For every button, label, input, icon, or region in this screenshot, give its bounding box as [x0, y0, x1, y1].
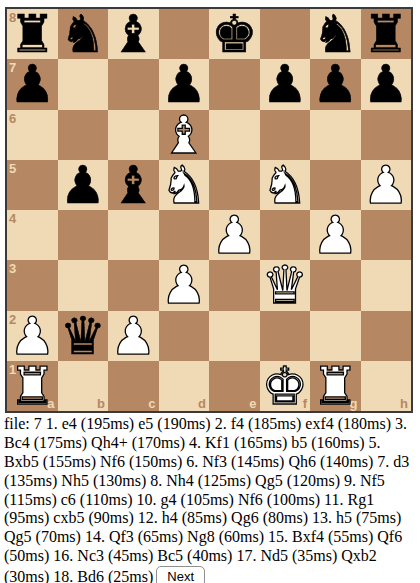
- square-g8[interactable]: ♞: [310, 9, 361, 59]
- rank-label-3: 3: [9, 262, 16, 275]
- square-f4[interactable]: [260, 210, 311, 260]
- square-c7[interactable]: [108, 59, 159, 109]
- square-d7[interactable]: ♟: [159, 59, 210, 109]
- piece-white-pawn[interactable]: ♟: [362, 160, 409, 210]
- square-e8[interactable]: ♚: [209, 9, 260, 59]
- square-g6[interactable]: [310, 110, 361, 160]
- piece-white-rook[interactable]: ♜: [312, 361, 359, 411]
- square-b2[interactable]: ♛: [58, 311, 109, 361]
- piece-black-bishop[interactable]: ♝: [110, 160, 157, 210]
- square-f7[interactable]: ♟: [260, 59, 311, 109]
- piece-black-knight[interactable]: ♞: [312, 9, 359, 59]
- square-d3[interactable]: ♟: [159, 260, 210, 310]
- piece-white-king[interactable]: ♚: [261, 361, 308, 411]
- square-e4[interactable]: ♟: [209, 210, 260, 260]
- square-g5[interactable]: [310, 160, 361, 210]
- piece-white-knight[interactable]: ♞: [160, 160, 207, 210]
- square-d2[interactable]: [159, 311, 210, 361]
- square-d6[interactable]: ♝: [159, 110, 210, 160]
- next-button[interactable]: Next: [156, 566, 205, 583]
- rank-label-5: 5: [9, 162, 16, 175]
- piece-white-rook[interactable]: ♜: [9, 361, 56, 411]
- piece-black-rook[interactable]: ♜: [9, 9, 56, 59]
- square-e7[interactable]: [209, 59, 260, 109]
- piece-white-pawn[interactable]: ♟: [9, 311, 56, 361]
- square-e3[interactable]: [209, 260, 260, 310]
- square-f3[interactable]: ♛: [260, 260, 311, 310]
- square-e1[interactable]: e: [209, 361, 260, 411]
- square-c4[interactable]: [108, 210, 159, 260]
- piece-black-pawn[interactable]: ♟: [312, 59, 359, 109]
- piece-black-bishop[interactable]: ♝: [110, 9, 157, 59]
- square-h5[interactable]: ♟: [361, 160, 412, 210]
- square-h6[interactable]: [361, 110, 412, 160]
- file-label-e: e: [249, 397, 256, 410]
- piece-white-bishop[interactable]: ♝: [160, 110, 207, 160]
- piece-white-knight[interactable]: ♞: [261, 160, 308, 210]
- piece-black-pawn[interactable]: ♟: [59, 160, 106, 210]
- square-e2[interactable]: [209, 311, 260, 361]
- piece-black-pawn[interactable]: ♟: [160, 59, 207, 109]
- square-a5[interactable]: 5: [7, 160, 58, 210]
- piece-black-pawn[interactable]: ♟: [9, 59, 56, 109]
- piece-white-queen[interactable]: ♛: [261, 260, 308, 310]
- square-b6[interactable]: [58, 110, 109, 160]
- square-a3[interactable]: 3: [7, 260, 58, 310]
- move-list-paragraph: file: 7 1. e4 (195ms) e5 (190ms) 2. f4 (…: [4, 415, 418, 583]
- chess-board: 8♜♞♝♚♞♜7♟♟♟♟♟6♝5♟♝♞♞♟4♟♟3♟♛2♟♛♟1a♜bcdef♚…: [5, 7, 413, 413]
- move-list: file: 7 1. e4 (195ms) e5 (190ms) 2. f4 (…: [4, 415, 409, 583]
- square-d1[interactable]: d: [159, 361, 210, 411]
- square-a4[interactable]: 4: [7, 210, 58, 260]
- piece-black-queen[interactable]: ♛: [59, 311, 106, 361]
- square-h8[interactable]: ♜: [361, 9, 412, 59]
- square-g1[interactable]: g♜: [310, 361, 361, 411]
- square-b5[interactable]: ♟: [58, 160, 109, 210]
- square-g2[interactable]: [310, 311, 361, 361]
- rank-label-4: 4: [9, 212, 16, 225]
- page: 8♜♞♝♚♞♜7♟♟♟♟♟6♝5♟♝♞♞♟4♟♟3♟♛2♟♛♟1a♜bcdef♚…: [0, 7, 420, 583]
- piece-black-king[interactable]: ♚: [211, 9, 258, 59]
- square-b4[interactable]: [58, 210, 109, 260]
- square-g4[interactable]: ♟: [310, 210, 361, 260]
- square-h1[interactable]: h: [361, 361, 412, 411]
- square-c6[interactable]: [108, 110, 159, 160]
- square-c1[interactable]: c: [108, 361, 159, 411]
- piece-white-pawn[interactable]: ♟: [160, 260, 207, 310]
- square-c8[interactable]: ♝: [108, 9, 159, 59]
- square-d5[interactable]: ♞: [159, 160, 210, 210]
- square-a8[interactable]: 8♜: [7, 9, 58, 59]
- square-c2[interactable]: ♟: [108, 311, 159, 361]
- square-h4[interactable]: [361, 210, 412, 260]
- piece-black-pawn[interactable]: ♟: [261, 59, 308, 109]
- square-d8[interactable]: [159, 9, 210, 59]
- file-label-h: h: [400, 397, 408, 410]
- square-h7[interactable]: ♟: [361, 59, 412, 109]
- piece-white-pawn[interactable]: ♟: [110, 311, 157, 361]
- square-a6[interactable]: 6: [7, 110, 58, 160]
- square-h2[interactable]: [361, 311, 412, 361]
- square-h3[interactable]: [361, 260, 412, 310]
- square-b1[interactable]: b: [58, 361, 109, 411]
- square-a2[interactable]: 2♟: [7, 311, 58, 361]
- square-f1[interactable]: f♚: [260, 361, 311, 411]
- file-label-d: d: [198, 397, 206, 410]
- file-label-c: c: [148, 397, 155, 410]
- square-g3[interactable]: [310, 260, 361, 310]
- square-c5[interactable]: ♝: [108, 160, 159, 210]
- square-g7[interactable]: ♟: [310, 59, 361, 109]
- piece-black-rook[interactable]: ♜: [362, 9, 409, 59]
- piece-white-pawn[interactable]: ♟: [312, 210, 359, 260]
- square-e5[interactable]: [209, 160, 260, 210]
- file-label-b: b: [97, 397, 105, 410]
- square-e6[interactable]: [209, 110, 260, 160]
- square-f8[interactable]: [260, 9, 311, 59]
- square-f5[interactable]: ♞: [260, 160, 311, 210]
- square-a1[interactable]: 1a♜: [7, 361, 58, 411]
- piece-white-pawn[interactable]: ♟: [211, 210, 258, 260]
- piece-black-pawn[interactable]: ♟: [362, 59, 409, 109]
- square-d4[interactable]: [159, 210, 210, 260]
- square-f2[interactable]: [260, 311, 311, 361]
- square-b8[interactable]: ♞: [58, 9, 109, 59]
- square-c3[interactable]: [108, 260, 159, 310]
- square-b3[interactable]: [58, 260, 109, 310]
- square-f6[interactable]: [260, 110, 311, 160]
- piece-black-knight[interactable]: ♞: [59, 9, 106, 59]
- square-b7[interactable]: [58, 59, 109, 109]
- square-a7[interactable]: 7♟: [7, 59, 58, 109]
